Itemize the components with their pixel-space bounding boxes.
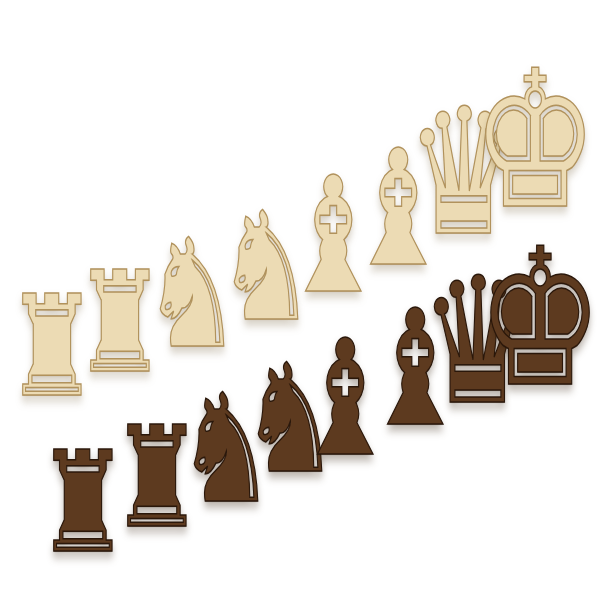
dark-king-icon: ♚ xyxy=(477,224,600,414)
chess-pieces-product-photo: ♜ ♜ ♞ ♞ ♝ ♝ ♛ ♚ ♜ ♜ ♞ ♞ ♝ ♝ ♛ ♚ xyxy=(0,0,600,600)
